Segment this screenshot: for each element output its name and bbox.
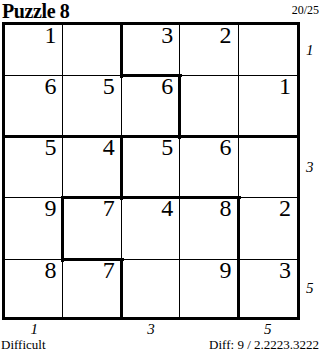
col-label: 3 <box>145 322 157 337</box>
row-label: 3 <box>306 157 318 178</box>
difficulty-label: Difficult <box>1 337 46 353</box>
cage-wall <box>3 135 299 138</box>
col-label: 1 <box>28 322 40 337</box>
cage-wall <box>120 258 123 319</box>
cage-wall <box>120 74 182 77</box>
page-indicator: 20/25 <box>292 3 319 18</box>
diff-stat: Diff: 9 / 2.2223.3222 <box>209 337 319 353</box>
cage-wall <box>61 196 240 199</box>
page-title: Puzzle 8 <box>2 0 69 23</box>
cage-wall <box>237 196 240 319</box>
board: 13265615456974828793 <box>2 22 300 320</box>
cage-walls <box>5 25 297 317</box>
col-label: 5 <box>262 322 274 337</box>
cage-wall <box>120 23 123 78</box>
row-label: 5 <box>306 278 318 299</box>
cage-wall <box>61 196 64 262</box>
row-label: 1 <box>306 40 318 61</box>
puzzle-page: Puzzle 8 20/25 13265615456974828793 Diff… <box>0 0 321 355</box>
cage-wall <box>178 74 181 139</box>
cage-wall <box>120 135 123 200</box>
cage-wall <box>61 258 123 261</box>
